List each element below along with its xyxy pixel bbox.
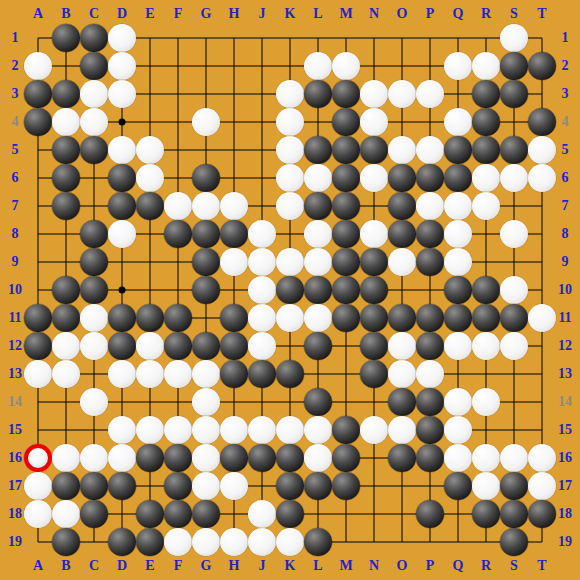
stone-white-B13: [52, 360, 80, 388]
stone-white-L15: [304, 416, 332, 444]
row-label-right-16: 16: [558, 451, 572, 465]
stone-white-D15: [108, 416, 136, 444]
stone-black-S5: [500, 136, 528, 164]
stone-white-O9: [388, 248, 416, 276]
stone-black-P6: [416, 164, 444, 192]
stone-white-D2: [108, 52, 136, 80]
stone-white-J12: [248, 332, 276, 360]
stone-black-H8: [220, 220, 248, 248]
stone-black-F11: [164, 304, 192, 332]
stone-white-F7: [164, 192, 192, 220]
row-label-right-13: 13: [558, 367, 572, 381]
stone-black-Q10: [444, 276, 472, 304]
column-label-bottom-M: M: [339, 559, 352, 573]
row-label-left-14: 14: [8, 395, 22, 409]
stone-black-D7: [108, 192, 136, 220]
stone-black-S17: [500, 472, 528, 500]
stone-white-K19: [276, 528, 304, 556]
row-label-left-19: 19: [8, 535, 22, 549]
column-label-bottom-E: E: [145, 559, 154, 573]
stone-white-E6: [136, 164, 164, 192]
stone-white-R17: [472, 472, 500, 500]
stone-black-C18: [80, 500, 108, 528]
stone-white-M2: [332, 52, 360, 80]
stone-white-A13: [24, 360, 52, 388]
last-move-stone: [24, 444, 52, 472]
stone-white-B16: [52, 444, 80, 472]
column-label-top-P: P: [426, 7, 435, 21]
stone-white-J10: [248, 276, 276, 304]
row-label-left-13: 13: [8, 367, 22, 381]
row-label-left-6: 6: [12, 171, 19, 185]
stone-black-D17: [108, 472, 136, 500]
stone-black-Q11: [444, 304, 472, 332]
column-label-top-E: E: [145, 7, 154, 21]
stone-white-J19: [248, 528, 276, 556]
stone-black-G10: [192, 276, 220, 304]
row-label-right-15: 15: [558, 423, 572, 437]
stone-white-H9: [220, 248, 248, 276]
stone-black-G9: [192, 248, 220, 276]
stone-black-T2: [528, 52, 556, 80]
stone-black-L12: [304, 332, 332, 360]
column-label-bottom-L: L: [313, 559, 322, 573]
stone-black-B6: [52, 164, 80, 192]
row-label-left-18: 18: [8, 507, 22, 521]
stone-black-B7: [52, 192, 80, 220]
row-label-left-15: 15: [8, 423, 22, 437]
stone-white-D8: [108, 220, 136, 248]
row-label-right-2: 2: [562, 59, 569, 73]
column-label-bottom-S: S: [510, 559, 518, 573]
stone-black-B1: [52, 24, 80, 52]
row-label-right-1: 1: [562, 31, 569, 45]
stone-black-E19: [136, 528, 164, 556]
column-label-bottom-J: J: [259, 559, 266, 573]
stone-black-M9: [332, 248, 360, 276]
row-label-right-18: 18: [558, 507, 572, 521]
stone-black-P8: [416, 220, 444, 248]
stone-black-A11: [24, 304, 52, 332]
stone-white-C16: [80, 444, 108, 472]
stone-white-J9: [248, 248, 276, 276]
stone-black-S18: [500, 500, 528, 528]
stone-white-G7: [192, 192, 220, 220]
stone-black-N11: [360, 304, 388, 332]
stone-black-K13: [276, 360, 304, 388]
stone-white-S10: [500, 276, 528, 304]
stone-black-S2: [500, 52, 528, 80]
stone-black-P14: [416, 388, 444, 416]
stone-black-M8: [332, 220, 360, 248]
stone-black-S19: [500, 528, 528, 556]
stone-black-P9: [416, 248, 444, 276]
stone-black-F12: [164, 332, 192, 360]
stone-white-Q7: [444, 192, 472, 220]
stone-black-N5: [360, 136, 388, 164]
stone-black-R4: [472, 108, 500, 136]
stone-white-T5: [528, 136, 556, 164]
stone-white-F19: [164, 528, 192, 556]
stone-white-K6: [276, 164, 304, 192]
row-label-left-2: 2: [12, 59, 19, 73]
stone-black-T18: [528, 500, 556, 528]
stone-black-Q17: [444, 472, 472, 500]
stone-white-C11: [80, 304, 108, 332]
stone-black-D11: [108, 304, 136, 332]
stone-black-G18: [192, 500, 220, 528]
column-label-bottom-A: A: [33, 559, 43, 573]
row-label-right-6: 6: [562, 171, 569, 185]
stone-white-J18: [248, 500, 276, 528]
stone-black-N12: [360, 332, 388, 360]
stone-black-P16: [416, 444, 444, 472]
stone-black-M6: [332, 164, 360, 192]
row-label-left-11: 11: [8, 311, 21, 325]
stone-white-R16: [472, 444, 500, 472]
stone-white-F15: [164, 416, 192, 444]
column-label-top-K: K: [285, 7, 296, 21]
stone-black-P18: [416, 500, 444, 528]
stone-white-H15: [220, 416, 248, 444]
stone-black-M5: [332, 136, 360, 164]
stone-white-H7: [220, 192, 248, 220]
row-label-right-4: 4: [562, 115, 569, 129]
column-label-top-R: R: [481, 7, 491, 21]
stone-white-C3: [80, 80, 108, 108]
stone-white-H17: [220, 472, 248, 500]
stone-black-E18: [136, 500, 164, 528]
stone-white-H19: [220, 528, 248, 556]
stone-white-C12: [80, 332, 108, 360]
stone-black-A12: [24, 332, 52, 360]
stone-black-L5: [304, 136, 332, 164]
stone-white-L16: [304, 444, 332, 472]
stone-black-O16: [388, 444, 416, 472]
column-label-top-B: B: [61, 7, 70, 21]
stone-black-K16: [276, 444, 304, 472]
stone-white-C4: [80, 108, 108, 136]
stone-black-N13: [360, 360, 388, 388]
stone-white-K15: [276, 416, 304, 444]
column-label-bottom-R: R: [481, 559, 491, 573]
stone-white-G13: [192, 360, 220, 388]
stone-black-D6: [108, 164, 136, 192]
stone-black-S11: [500, 304, 528, 332]
stone-white-P13: [416, 360, 444, 388]
stone-white-L2: [304, 52, 332, 80]
stone-white-O12: [388, 332, 416, 360]
stone-black-F18: [164, 500, 192, 528]
stone-white-O3: [388, 80, 416, 108]
column-label-top-H: H: [229, 7, 240, 21]
stone-black-B19: [52, 528, 80, 556]
stone-black-M4: [332, 108, 360, 136]
stone-black-B17: [52, 472, 80, 500]
row-label-right-17: 17: [558, 479, 572, 493]
stone-white-G17: [192, 472, 220, 500]
stone-white-E5: [136, 136, 164, 164]
stone-white-B18: [52, 500, 80, 528]
column-label-bottom-Q: Q: [453, 559, 464, 573]
stone-white-K9: [276, 248, 304, 276]
column-label-top-L: L: [313, 7, 322, 21]
stone-black-B11: [52, 304, 80, 332]
stone-white-K11: [276, 304, 304, 332]
stone-black-M17: [332, 472, 360, 500]
stone-black-R5: [472, 136, 500, 164]
row-label-left-16: 16: [8, 451, 22, 465]
stone-black-E7: [136, 192, 164, 220]
row-label-right-3: 3: [562, 87, 569, 101]
stone-black-L14: [304, 388, 332, 416]
hoshi-point: [119, 119, 126, 126]
row-label-right-12: 12: [558, 339, 572, 353]
stone-white-Q8: [444, 220, 472, 248]
stone-black-M15: [332, 416, 360, 444]
stone-black-L7: [304, 192, 332, 220]
row-label-right-9: 9: [562, 255, 569, 269]
stone-black-O11: [388, 304, 416, 332]
stone-white-L9: [304, 248, 332, 276]
stone-black-G6: [192, 164, 220, 192]
column-label-top-J: J: [259, 7, 266, 21]
stone-white-B4: [52, 108, 80, 136]
stone-black-S3: [500, 80, 528, 108]
column-label-top-C: C: [89, 7, 99, 21]
stone-white-P7: [416, 192, 444, 220]
row-label-left-3: 3: [12, 87, 19, 101]
stone-black-O14: [388, 388, 416, 416]
stone-white-N3: [360, 80, 388, 108]
column-label-top-S: S: [510, 7, 518, 21]
stone-white-J8: [248, 220, 276, 248]
stone-black-M16: [332, 444, 360, 472]
stone-white-N6: [360, 164, 388, 192]
stone-white-O5: [388, 136, 416, 164]
stone-black-Q6: [444, 164, 472, 192]
row-label-left-17: 17: [8, 479, 22, 493]
stone-white-R6: [472, 164, 500, 192]
stone-white-P5: [416, 136, 444, 164]
stone-black-C17: [80, 472, 108, 500]
stone-black-N10: [360, 276, 388, 304]
stone-black-E11: [136, 304, 164, 332]
stone-black-J13: [248, 360, 276, 388]
column-label-top-M: M: [339, 7, 352, 21]
stone-white-B12: [52, 332, 80, 360]
stone-black-J16: [248, 444, 276, 472]
stone-black-G12: [192, 332, 220, 360]
hoshi-point: [119, 287, 126, 294]
stone-black-R18: [472, 500, 500, 528]
stone-white-S16: [500, 444, 528, 472]
stone-black-M11: [332, 304, 360, 332]
stone-black-H11: [220, 304, 248, 332]
column-label-top-T: T: [537, 7, 546, 21]
stone-black-R3: [472, 80, 500, 108]
stone-white-S12: [500, 332, 528, 360]
stone-black-Q5: [444, 136, 472, 164]
stone-black-B10: [52, 276, 80, 304]
row-label-left-4: 4: [12, 115, 19, 129]
row-label-left-9: 9: [12, 255, 19, 269]
stone-white-P3: [416, 80, 444, 108]
stone-white-E12: [136, 332, 164, 360]
stone-white-N15: [360, 416, 388, 444]
column-label-bottom-O: O: [397, 559, 408, 573]
stone-black-C2: [80, 52, 108, 80]
stone-white-F13: [164, 360, 192, 388]
column-label-top-O: O: [397, 7, 408, 21]
stone-white-Q14: [444, 388, 472, 416]
stone-white-Q16: [444, 444, 472, 472]
stone-white-K7: [276, 192, 304, 220]
row-label-right-7: 7: [562, 199, 569, 213]
stone-white-D5: [108, 136, 136, 164]
stone-white-J11: [248, 304, 276, 332]
stone-black-C10: [80, 276, 108, 304]
stone-white-K5: [276, 136, 304, 164]
stone-black-D19: [108, 528, 136, 556]
stone-black-F8: [164, 220, 192, 248]
stone-black-M10: [332, 276, 360, 304]
stone-white-K3: [276, 80, 304, 108]
row-label-left-10: 10: [8, 283, 22, 297]
stone-white-O13: [388, 360, 416, 388]
row-label-left-1: 1: [12, 31, 19, 45]
stone-white-D1: [108, 24, 136, 52]
stone-black-O6: [388, 164, 416, 192]
column-label-bottom-F: F: [174, 559, 183, 573]
column-label-bottom-P: P: [426, 559, 435, 573]
stone-black-P11: [416, 304, 444, 332]
stone-white-K4: [276, 108, 304, 136]
stone-black-R11: [472, 304, 500, 332]
stone-white-R12: [472, 332, 500, 360]
stone-white-Q15: [444, 416, 472, 444]
stone-white-D16: [108, 444, 136, 472]
stone-black-H12: [220, 332, 248, 360]
stone-white-E15: [136, 416, 164, 444]
stone-black-P12: [416, 332, 444, 360]
stone-white-L6: [304, 164, 332, 192]
stone-black-F16: [164, 444, 192, 472]
stone-black-T4: [528, 108, 556, 136]
stone-black-R10: [472, 276, 500, 304]
stone-white-S8: [500, 220, 528, 248]
stone-white-R14: [472, 388, 500, 416]
stone-black-C9: [80, 248, 108, 276]
stone-white-R7: [472, 192, 500, 220]
column-label-bottom-D: D: [117, 559, 127, 573]
stone-black-G8: [192, 220, 220, 248]
stone-white-L8: [304, 220, 332, 248]
column-label-top-N: N: [369, 7, 379, 21]
stone-white-Q2: [444, 52, 472, 80]
go-board[interactable]: AABBCCDDEEFFGGHHJJKKLLMMNNOOPPQQRRSSTT11…: [0, 0, 580, 580]
stone-black-F17: [164, 472, 192, 500]
stone-white-N8: [360, 220, 388, 248]
stone-white-Q12: [444, 332, 472, 360]
stone-white-G16: [192, 444, 220, 472]
stone-black-K17: [276, 472, 304, 500]
stone-white-Q4: [444, 108, 472, 136]
column-label-bottom-B: B: [61, 559, 70, 573]
stone-black-B3: [52, 80, 80, 108]
stone-black-E16: [136, 444, 164, 472]
stone-black-L19: [304, 528, 332, 556]
row-label-right-19: 19: [558, 535, 572, 549]
stone-white-T17: [528, 472, 556, 500]
row-label-right-8: 8: [562, 227, 569, 241]
stone-white-L11: [304, 304, 332, 332]
column-label-bottom-G: G: [201, 559, 212, 573]
stone-white-Q9: [444, 248, 472, 276]
stone-black-L3: [304, 80, 332, 108]
stone-black-A3: [24, 80, 52, 108]
stone-white-C14: [80, 388, 108, 416]
stone-white-G14: [192, 388, 220, 416]
stone-white-D3: [108, 80, 136, 108]
stone-black-C8: [80, 220, 108, 248]
stone-black-L10: [304, 276, 332, 304]
stone-white-G4: [192, 108, 220, 136]
stone-black-C1: [80, 24, 108, 52]
stone-white-N4: [360, 108, 388, 136]
stone-black-C5: [80, 136, 108, 164]
column-label-top-A: A: [33, 7, 43, 21]
stone-black-M3: [332, 80, 360, 108]
stone-white-J15: [248, 416, 276, 444]
column-label-top-Q: Q: [453, 7, 464, 21]
stone-white-G15: [192, 416, 220, 444]
stone-black-H13: [220, 360, 248, 388]
stone-black-H16: [220, 444, 248, 472]
stone-black-P15: [416, 416, 444, 444]
stone-black-L17: [304, 472, 332, 500]
stone-white-D13: [108, 360, 136, 388]
stone-white-T11: [528, 304, 556, 332]
row-label-left-12: 12: [8, 339, 22, 353]
stone-white-S6: [500, 164, 528, 192]
row-label-left-7: 7: [12, 199, 19, 213]
stone-black-N9: [360, 248, 388, 276]
stone-white-T16: [528, 444, 556, 472]
column-label-bottom-K: K: [285, 559, 296, 573]
column-label-top-F: F: [174, 7, 183, 21]
row-label-left-8: 8: [12, 227, 19, 241]
stone-white-S1: [500, 24, 528, 52]
stone-white-A17: [24, 472, 52, 500]
column-label-bottom-H: H: [229, 559, 240, 573]
column-label-bottom-C: C: [89, 559, 99, 573]
stone-white-A18: [24, 500, 52, 528]
stone-black-D12: [108, 332, 136, 360]
stone-black-A4: [24, 108, 52, 136]
stone-white-G19: [192, 528, 220, 556]
stone-white-R2: [472, 52, 500, 80]
stone-black-O8: [388, 220, 416, 248]
column-label-bottom-T: T: [537, 559, 546, 573]
stone-black-K10: [276, 276, 304, 304]
row-label-right-10: 10: [558, 283, 572, 297]
row-label-left-5: 5: [12, 143, 19, 157]
row-label-right-11: 11: [558, 311, 571, 325]
stone-black-O7: [388, 192, 416, 220]
stone-white-A2: [24, 52, 52, 80]
stone-white-O15: [388, 416, 416, 444]
